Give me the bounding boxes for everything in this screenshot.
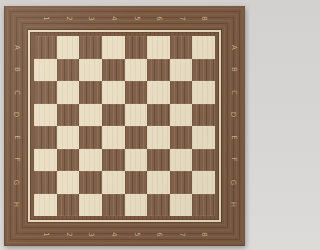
square-h2 [57, 194, 80, 217]
square-a5 [125, 36, 148, 59]
board-field-border [30, 32, 219, 220]
square-b2 [57, 59, 80, 82]
square-f8 [192, 149, 215, 172]
square-g1 [34, 171, 57, 194]
square-b5 [125, 59, 148, 82]
square-g7 [170, 171, 193, 194]
square-f6 [147, 149, 170, 172]
square-a6 [147, 36, 170, 59]
square-g4 [102, 171, 125, 194]
square-e7 [170, 126, 193, 149]
square-d1 [34, 104, 57, 127]
board-grid [34, 36, 215, 216]
board-frame-right [221, 6, 245, 246]
square-f4 [102, 149, 125, 172]
square-e6 [147, 126, 170, 149]
square-h3 [79, 194, 102, 217]
square-g3 [79, 171, 102, 194]
square-c1 [34, 81, 57, 104]
square-d4 [102, 104, 125, 127]
square-e3 [79, 126, 102, 149]
square-h6 [147, 194, 170, 217]
square-b4 [102, 59, 125, 82]
square-a1 [34, 36, 57, 59]
square-e4 [102, 126, 125, 149]
photo-background: { "game": "chess", "position": { "fen": … [0, 0, 250, 250]
square-h5 [125, 194, 148, 217]
square-d5 [125, 104, 148, 127]
square-d3 [79, 104, 102, 127]
square-d6 [147, 104, 170, 127]
square-c3 [79, 81, 102, 104]
square-h7 [170, 194, 193, 217]
square-h1 [34, 194, 57, 217]
square-a8 [192, 36, 215, 59]
square-h4 [102, 194, 125, 217]
square-b1 [34, 59, 57, 82]
square-e5 [125, 126, 148, 149]
square-d2 [57, 104, 80, 127]
square-g5 [125, 171, 148, 194]
board-frame-top [4, 6, 245, 30]
square-a4 [102, 36, 125, 59]
square-a2 [57, 36, 80, 59]
square-c8 [192, 81, 215, 104]
square-a7 [170, 36, 193, 59]
square-d8 [192, 104, 215, 127]
square-c7 [170, 81, 193, 104]
square-e8 [192, 126, 215, 149]
square-g8 [192, 171, 215, 194]
square-b8 [192, 59, 215, 82]
square-f3 [79, 149, 102, 172]
square-f2 [57, 149, 80, 172]
square-f7 [170, 149, 193, 172]
square-a3 [79, 36, 102, 59]
chess-board: 12345678 12345678 ABCDEFGH ABCDEFGH [4, 6, 245, 246]
board-frame-bottom [4, 222, 245, 246]
square-b6 [147, 59, 170, 82]
square-e2 [57, 126, 80, 149]
square-f1 [34, 149, 57, 172]
board-frame-left [4, 6, 28, 246]
square-d7 [170, 104, 193, 127]
square-g2 [57, 171, 80, 194]
square-f5 [125, 149, 148, 172]
square-c2 [57, 81, 80, 104]
square-g6 [147, 171, 170, 194]
square-h8 [192, 194, 215, 217]
square-c5 [125, 81, 148, 104]
square-e1 [34, 126, 57, 149]
square-b7 [170, 59, 193, 82]
square-c4 [102, 81, 125, 104]
square-b3 [79, 59, 102, 82]
square-c6 [147, 81, 170, 104]
